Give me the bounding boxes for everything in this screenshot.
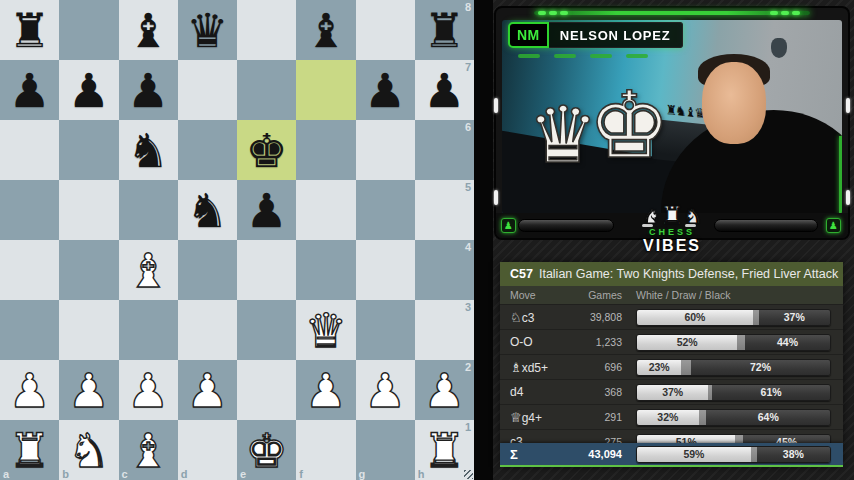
square-a7[interactable]: ♟ bbox=[0, 60, 59, 120]
square-h3[interactable]: 3 bbox=[415, 300, 474, 360]
file-label-a: a bbox=[3, 468, 9, 480]
games-count: 291 bbox=[558, 411, 622, 423]
column-games: Games bbox=[558, 289, 622, 301]
piece-white-pawn[interactable]: ♟ bbox=[178, 360, 237, 420]
square-h7[interactable]: ♟7 bbox=[415, 60, 474, 120]
square-e1[interactable]: ♚e bbox=[237, 420, 296, 480]
bottom-bar-pill-right bbox=[714, 219, 818, 232]
badge-underline-dashes bbox=[518, 54, 648, 58]
square-b6[interactable] bbox=[59, 120, 118, 180]
square-a5[interactable] bbox=[0, 180, 59, 240]
knight-icon: ♞ bbox=[684, 207, 701, 226]
piece-black-pawn[interactable]: ♟ bbox=[59, 60, 118, 120]
frame-green-bar bbox=[534, 11, 810, 15]
square-f6[interactable] bbox=[296, 120, 355, 180]
rook-icon: ♜ bbox=[661, 203, 683, 228]
draw-share bbox=[681, 360, 691, 375]
piece-black-pawn[interactable]: ♟ bbox=[356, 60, 415, 120]
explorer-header: Move Games White / Draw / Black bbox=[500, 286, 843, 304]
square-c4[interactable]: ♝ bbox=[119, 240, 178, 300]
frame-green-edge bbox=[839, 136, 842, 214]
black-share: 72% bbox=[691, 360, 830, 375]
piece-white-bishop[interactable]: ♝ bbox=[119, 240, 178, 300]
file-label-g: g bbox=[359, 468, 366, 480]
pawn-icon: ♟ bbox=[826, 218, 841, 233]
square-d2[interactable]: ♟ bbox=[178, 360, 237, 420]
square-a3[interactable] bbox=[0, 300, 59, 360]
square-a1[interactable]: ♜a bbox=[0, 420, 59, 480]
piece-black-king[interactable]: ♚ bbox=[237, 120, 296, 180]
total-result-bar: 59%38% bbox=[636, 446, 831, 463]
piece-black-bishop[interactable]: ♝ bbox=[296, 0, 355, 60]
frame-dashes-right bbox=[770, 11, 800, 15]
bottom-bar-pill-left bbox=[518, 219, 614, 232]
square-f3[interactable]: ♛ bbox=[296, 300, 355, 360]
square-d1[interactable]: d bbox=[178, 420, 237, 480]
white-share: 37% bbox=[637, 385, 708, 400]
explorer-total-row: Σ 43,094 59%38% bbox=[500, 443, 843, 465]
explorer-row-O-O[interactable]: O-O1,23352%44% bbox=[500, 329, 843, 354]
black-share: 61% bbox=[712, 385, 830, 400]
rank-label-3: 3 bbox=[465, 301, 471, 313]
square-a2[interactable]: ♟ bbox=[0, 360, 59, 420]
piece-black-pawn[interactable]: ♟ bbox=[119, 60, 178, 120]
square-b3[interactable] bbox=[59, 300, 118, 360]
move-san: ♘c3 bbox=[500, 310, 558, 325]
square-b7[interactable]: ♟ bbox=[59, 60, 118, 120]
square-g4[interactable] bbox=[356, 240, 415, 300]
square-f4[interactable] bbox=[296, 240, 355, 300]
square-d6[interactable] bbox=[178, 120, 237, 180]
piece-black-pawn[interactable]: ♟ bbox=[237, 180, 296, 240]
piece-figurine-icon: ♘ bbox=[510, 310, 522, 325]
black-share: 64% bbox=[706, 410, 830, 425]
square-a4[interactable] bbox=[0, 240, 59, 300]
square-h4[interactable]: 4 bbox=[415, 240, 474, 300]
white-share: 59% bbox=[637, 447, 751, 462]
rank-label-4: 4 bbox=[465, 241, 471, 253]
explorer-row-Bxd5+[interactable]: ♗xd5+69623%72% bbox=[500, 354, 843, 379]
frame-dashes-left bbox=[538, 11, 568, 15]
frame-tick-left bbox=[494, 98, 498, 113]
result-bar: 60%37% bbox=[636, 309, 831, 326]
square-g6[interactable] bbox=[356, 120, 415, 180]
piece-figurine-icon: ♗ bbox=[510, 360, 522, 375]
piece-black-pawn[interactable]: ♟ bbox=[0, 60, 59, 120]
square-h8[interactable]: ♜8 bbox=[415, 0, 474, 60]
square-b5[interactable] bbox=[59, 180, 118, 240]
games-count: 39,808 bbox=[558, 311, 622, 323]
streamer-name-badge: NM NELSON LOPEZ bbox=[508, 22, 683, 48]
square-f1[interactable]: f bbox=[296, 420, 355, 480]
move-san: ♕g4+ bbox=[500, 410, 558, 425]
piece-black-knight[interactable]: ♞ bbox=[178, 180, 237, 240]
square-d7[interactable] bbox=[178, 60, 237, 120]
square-d4[interactable] bbox=[178, 240, 237, 300]
rank-label-5: 5 bbox=[465, 181, 471, 193]
result-bar: 37%61% bbox=[636, 384, 831, 401]
column-result: White / Draw / Black bbox=[636, 289, 831, 301]
square-d3[interactable] bbox=[178, 300, 237, 360]
move-san: ♗xd5+ bbox=[500, 360, 558, 375]
square-c2[interactable]: ♟ bbox=[119, 360, 178, 420]
result-bar: 52%44% bbox=[636, 334, 831, 351]
square-h5[interactable]: 5 bbox=[415, 180, 474, 240]
pawn-icon: ♟ bbox=[501, 218, 516, 233]
piece-black-queen[interactable]: ♛ bbox=[178, 0, 237, 60]
black-share: 44% bbox=[745, 335, 830, 350]
square-e7[interactable] bbox=[237, 60, 296, 120]
frame-tick-right bbox=[846, 98, 850, 113]
file-label-b: b bbox=[62, 468, 69, 480]
ceiling-lamp bbox=[771, 38, 787, 58]
file-label-d: d bbox=[181, 468, 188, 480]
title-badge: NM bbox=[508, 22, 549, 48]
piece-white-pawn[interactable]: ♟ bbox=[119, 360, 178, 420]
logo-text-vibes: VIBES bbox=[624, 237, 720, 255]
piece-white-queen[interactable]: ♛ bbox=[296, 300, 355, 360]
square-a6[interactable] bbox=[0, 120, 59, 180]
board-resize-handle[interactable] bbox=[464, 470, 473, 479]
square-d5[interactable]: ♞ bbox=[178, 180, 237, 240]
opening-title: C57 Italian Game: Two Knights Defense, F… bbox=[500, 262, 843, 286]
square-b8[interactable] bbox=[59, 0, 118, 60]
rank-label-7: 7 bbox=[465, 61, 471, 73]
webcam-video: ♜♞♝♛♚♝♞♜ ♛ ♚ bbox=[502, 20, 842, 214]
white-share: 52% bbox=[637, 335, 737, 350]
square-h1[interactable]: ♜1h bbox=[415, 420, 474, 480]
square-b2[interactable]: ♟ bbox=[59, 360, 118, 420]
file-label-f: f bbox=[299, 468, 303, 480]
square-e3[interactable] bbox=[237, 300, 296, 360]
explorer-rows: ♘c339,80860%37%O-O1,23352%44%♗xd5+69623%… bbox=[500, 304, 843, 454]
white-share: 23% bbox=[637, 360, 681, 375]
square-a8[interactable]: ♜ bbox=[0, 0, 59, 60]
square-e5[interactable]: ♟ bbox=[237, 180, 296, 240]
rank-label-2: 2 bbox=[465, 361, 471, 373]
square-h6[interactable]: 6 bbox=[415, 120, 474, 180]
result-bar: 23%72% bbox=[636, 359, 831, 376]
overlay-background: ♜♞♝♛♚♝♞♜ ♛ ♚ NM NELSON LOPEZ ♟ ♟ bbox=[474, 0, 854, 480]
opening-explorer-panel: C57 Italian Game: Two Knights Defense, F… bbox=[500, 262, 843, 467]
file-label-c: c bbox=[122, 468, 128, 480]
square-e4[interactable] bbox=[237, 240, 296, 300]
explorer-row-Qg4+[interactable]: ♕g4+29132%64% bbox=[500, 404, 843, 429]
piece-figurine-icon: ♕ bbox=[510, 410, 522, 425]
square-f2[interactable]: ♟ bbox=[296, 360, 355, 420]
eco-code: C57 bbox=[510, 267, 533, 281]
display-chess-king: ♚ bbox=[588, 80, 670, 172]
draw-share bbox=[737, 335, 745, 350]
file-label-e: e bbox=[240, 468, 246, 480]
move-san: O-O bbox=[500, 335, 558, 349]
square-e2[interactable] bbox=[237, 360, 296, 420]
square-d8[interactable]: ♛ bbox=[178, 0, 237, 60]
logo-pieces: ♞ ♜ ♞ bbox=[624, 196, 720, 226]
square-b1[interactable]: ♞b bbox=[59, 420, 118, 480]
black-share: 37% bbox=[759, 310, 830, 325]
piece-white-pawn[interactable]: ♟ bbox=[0, 360, 59, 420]
piece-white-pawn[interactable]: ♟ bbox=[296, 360, 355, 420]
knight-icon: ♞ bbox=[643, 207, 660, 226]
games-count: 368 bbox=[558, 386, 622, 398]
total-games: 43,094 bbox=[558, 448, 622, 460]
square-c1[interactable]: ♝c bbox=[119, 420, 178, 480]
black-share: 38% bbox=[757, 447, 830, 462]
square-c5[interactable] bbox=[119, 180, 178, 240]
rank-label-8: 8 bbox=[465, 1, 471, 13]
games-count: 1,233 bbox=[558, 336, 622, 348]
move-san: d4 bbox=[500, 385, 558, 399]
result-bar: 32%64% bbox=[636, 409, 831, 426]
total-symbol: Σ bbox=[500, 447, 558, 462]
square-c3[interactable] bbox=[119, 300, 178, 360]
square-c6[interactable]: ♞ bbox=[119, 120, 178, 180]
piece-black-rook[interactable]: ♜ bbox=[0, 0, 59, 60]
white-share: 60% bbox=[637, 310, 753, 325]
piece-white-pawn[interactable]: ♟ bbox=[59, 360, 118, 420]
square-g5[interactable] bbox=[356, 180, 415, 240]
square-g1[interactable]: g bbox=[356, 420, 415, 480]
square-g2[interactable]: ♟ bbox=[356, 360, 415, 420]
frame-tick-left-lower bbox=[494, 190, 498, 205]
stream-canvas: ♜♝♛♝♜8♟♟♟♟♟7♞♚6♞♟5♝4♛3♟♟♟♟♟♟♟2♜a♞b♝cd♚ef… bbox=[0, 0, 854, 480]
square-g3[interactable] bbox=[356, 300, 415, 360]
webcam-frame: ♜♞♝♛♚♝♞♜ ♛ ♚ NM NELSON LOPEZ ♟ ♟ bbox=[494, 6, 850, 240]
square-f7[interactable] bbox=[296, 60, 355, 120]
chess-vibes-logo: ♞ ♜ ♞ CHESS VIBES bbox=[624, 196, 720, 255]
square-h2[interactable]: ♟2 bbox=[415, 360, 474, 420]
streamer-name: NELSON LOPEZ bbox=[549, 22, 683, 48]
explorer-row-d4[interactable]: d436837%61% bbox=[500, 379, 843, 404]
square-c7[interactable]: ♟ bbox=[119, 60, 178, 120]
square-f8[interactable]: ♝ bbox=[296, 0, 355, 60]
piece-white-pawn[interactable]: ♟ bbox=[356, 360, 415, 420]
piece-black-bishop[interactable]: ♝ bbox=[119, 0, 178, 60]
board-divider bbox=[474, 0, 493, 480]
square-g8[interactable] bbox=[356, 0, 415, 60]
chess-board[interactable]: ♜♝♛♝♜8♟♟♟♟♟7♞♚6♞♟5♝4♛3♟♟♟♟♟♟♟2♜a♞b♝cd♚ef… bbox=[0, 0, 474, 480]
square-g7[interactable]: ♟ bbox=[356, 60, 415, 120]
panel-accent-line bbox=[500, 465, 843, 467]
frame-tick-right-lower bbox=[846, 190, 850, 205]
column-move: Move bbox=[500, 289, 558, 301]
white-share: 32% bbox=[637, 410, 699, 425]
square-b4[interactable] bbox=[59, 240, 118, 300]
square-c8[interactable]: ♝ bbox=[119, 0, 178, 60]
piece-black-knight[interactable]: ♞ bbox=[119, 120, 178, 180]
draw-share bbox=[699, 410, 707, 425]
square-e6[interactable]: ♚ bbox=[237, 120, 296, 180]
rank-label-1: 1 bbox=[465, 421, 471, 433]
square-f5[interactable] bbox=[296, 180, 355, 240]
games-count: 696 bbox=[558, 361, 622, 373]
file-label-h: h bbox=[418, 468, 425, 480]
streamer-face bbox=[702, 62, 766, 144]
rank-label-6: 6 bbox=[465, 121, 471, 133]
square-e8[interactable] bbox=[237, 0, 296, 60]
explorer-row-Nc3[interactable]: ♘c339,80860%37% bbox=[500, 304, 843, 329]
opening-name: Italian Game: Two Knights Defense, Fried… bbox=[539, 267, 838, 281]
